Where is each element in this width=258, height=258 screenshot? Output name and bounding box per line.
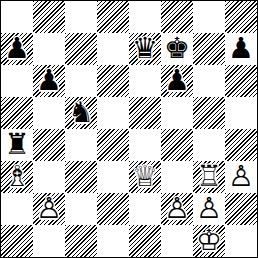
square-f8[interactable] <box>161 1 193 33</box>
square-c5[interactable]: ♞ <box>65 97 97 129</box>
square-a1[interactable] <box>1 225 33 257</box>
square-f1[interactable] <box>161 225 193 257</box>
square-b3[interactable] <box>33 161 65 193</box>
square-a5[interactable] <box>1 97 33 129</box>
square-f2[interactable]: ♟♙ <box>161 193 193 225</box>
square-f3[interactable] <box>161 161 193 193</box>
piece-white-pawn[interactable]: ♟♙ <box>193 193 225 225</box>
square-c6[interactable] <box>65 65 97 97</box>
square-d5[interactable] <box>97 97 129 129</box>
square-d3[interactable] <box>97 161 129 193</box>
square-d7[interactable] <box>97 33 129 65</box>
square-c1[interactable] <box>65 225 97 257</box>
piece-white-queen[interactable]: ♛♕ <box>129 161 161 193</box>
square-b4[interactable] <box>33 129 65 161</box>
white-piece-outline: ♗ <box>1 161 33 193</box>
square-c4[interactable] <box>65 129 97 161</box>
square-b8[interactable] <box>33 1 65 33</box>
square-a6[interactable] <box>1 65 33 97</box>
square-b1[interactable] <box>33 225 65 257</box>
square-g5[interactable] <box>193 97 225 129</box>
square-a8[interactable] <box>1 1 33 33</box>
square-h4[interactable] <box>225 129 257 161</box>
piece-black-pawn[interactable]: ♟ <box>33 65 65 97</box>
piece-white-pawn[interactable]: ♟♙ <box>33 193 65 225</box>
square-b5[interactable] <box>33 97 65 129</box>
square-h1[interactable] <box>225 225 257 257</box>
square-g6[interactable] <box>193 65 225 97</box>
square-h6[interactable] <box>225 65 257 97</box>
square-d2[interactable] <box>97 193 129 225</box>
piece-black-pawn[interactable]: ♟ <box>225 33 257 65</box>
square-f6[interactable]: ♟ <box>161 65 193 97</box>
piece-white-rook[interactable]: ♜♖ <box>193 161 225 193</box>
square-c8[interactable] <box>65 1 97 33</box>
white-piece-outline: ♙ <box>225 161 257 193</box>
black-piece-glyph: ♚ <box>161 33 193 65</box>
square-g4[interactable] <box>193 129 225 161</box>
square-f5[interactable] <box>161 97 193 129</box>
black-piece-glyph: ♟ <box>225 33 257 65</box>
square-e6[interactable] <box>129 65 161 97</box>
square-a4[interactable]: ♜ <box>1 129 33 161</box>
square-f4[interactable] <box>161 129 193 161</box>
square-e7[interactable]: ♛ <box>129 33 161 65</box>
square-h5[interactable] <box>225 97 257 129</box>
square-e2[interactable] <box>129 193 161 225</box>
square-b2[interactable]: ♟♙ <box>33 193 65 225</box>
square-c3[interactable] <box>65 161 97 193</box>
black-piece-glyph: ♟ <box>1 33 33 65</box>
square-e4[interactable] <box>129 129 161 161</box>
black-piece-glyph: ♟ <box>33 65 65 97</box>
square-d4[interactable] <box>97 129 129 161</box>
square-d1[interactable] <box>97 225 129 257</box>
square-g1[interactable]: ♚♔ <box>193 225 225 257</box>
piece-white-pawn[interactable]: ♟♙ <box>225 161 257 193</box>
square-b6[interactable]: ♟ <box>33 65 65 97</box>
square-a7[interactable]: ♟ <box>1 33 33 65</box>
white-piece-outline: ♕ <box>129 161 161 193</box>
square-b7[interactable] <box>33 33 65 65</box>
piece-black-pawn[interactable]: ♟ <box>1 33 33 65</box>
piece-white-pawn[interactable]: ♟♙ <box>161 193 193 225</box>
piece-black-knight[interactable]: ♞ <box>65 97 97 129</box>
piece-black-queen[interactable]: ♛ <box>129 33 161 65</box>
square-a3[interactable]: ♝♗ <box>1 161 33 193</box>
piece-white-king[interactable]: ♚♔ <box>193 225 225 257</box>
square-g7[interactable] <box>193 33 225 65</box>
white-piece-outline: ♖ <box>193 161 225 193</box>
piece-black-king[interactable]: ♚ <box>161 33 193 65</box>
square-h8[interactable] <box>225 1 257 33</box>
black-piece-glyph: ♛ <box>129 33 161 65</box>
square-f7[interactable]: ♚ <box>161 33 193 65</box>
piece-black-rook[interactable]: ♜ <box>1 129 33 161</box>
piece-white-bishop[interactable]: ♝♗ <box>1 161 33 193</box>
white-piece-outline: ♙ <box>33 193 65 225</box>
black-piece-glyph: ♟ <box>161 65 193 97</box>
white-piece-outline: ♙ <box>161 193 193 225</box>
chess-board: ♟♛♚♟♟♟♞♜♝♗♛♕♜♖♟♙♟♙♟♙♟♙♚♔ <box>0 0 258 258</box>
square-d8[interactable] <box>97 1 129 33</box>
square-e8[interactable] <box>129 1 161 33</box>
square-h7[interactable]: ♟ <box>225 33 257 65</box>
square-e5[interactable] <box>129 97 161 129</box>
white-piece-outline: ♔ <box>193 225 225 257</box>
square-g2[interactable]: ♟♙ <box>193 193 225 225</box>
square-a2[interactable] <box>1 193 33 225</box>
black-piece-glyph: ♞ <box>65 97 97 129</box>
square-e1[interactable] <box>129 225 161 257</box>
square-c7[interactable] <box>65 33 97 65</box>
square-g8[interactable] <box>193 1 225 33</box>
black-piece-glyph: ♜ <box>1 129 33 161</box>
square-h3[interactable]: ♟♙ <box>225 161 257 193</box>
square-g3[interactable]: ♜♖ <box>193 161 225 193</box>
piece-black-pawn[interactable]: ♟ <box>161 65 193 97</box>
white-piece-outline: ♙ <box>193 193 225 225</box>
square-d6[interactable] <box>97 65 129 97</box>
square-e3[interactable]: ♛♕ <box>129 161 161 193</box>
square-h2[interactable] <box>225 193 257 225</box>
square-c2[interactable] <box>65 193 97 225</box>
